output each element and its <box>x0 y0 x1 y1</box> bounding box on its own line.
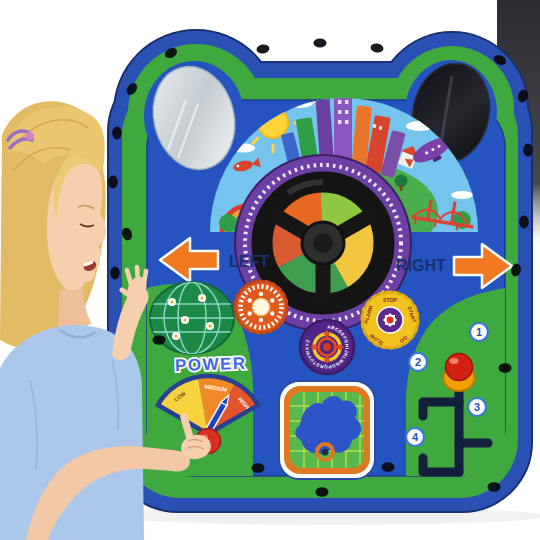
shifter-number-2: 2 <box>415 356 421 368</box>
number-dial-center <box>253 299 270 316</box>
shifter-number-3: 3 <box>474 401 480 413</box>
mode-dial[interactable]: STOP START GO SLOW ALARM <box>362 292 418 348</box>
screw <box>112 127 122 140</box>
alphabet-dial[interactable]: ABCDEFGHIJKLMNOPQRSTUVWXYZ <box>300 320 354 374</box>
screw <box>523 144 533 157</box>
number-spinner-dial[interactable] <box>235 281 287 333</box>
photo-scene: LEFT RIGHT POWER <box>0 0 540 540</box>
screw <box>488 482 501 492</box>
screw <box>382 462 395 472</box>
wheel-hub-cap <box>313 233 333 253</box>
shifter-knob[interactable] <box>444 354 475 392</box>
mode-dial-center <box>377 307 403 333</box>
left-label: LEFT <box>229 253 269 270</box>
screw <box>110 267 120 280</box>
shifter-number-1: 1 <box>476 326 482 338</box>
screw <box>252 463 265 473</box>
screw <box>314 39 327 48</box>
screw <box>316 487 329 497</box>
screw <box>370 43 384 54</box>
radar-screen <box>279 381 375 479</box>
screw <box>499 363 512 373</box>
mode-word-stop: STOP <box>383 297 398 303</box>
activity-board: LEFT RIGHT POWER <box>108 30 533 512</box>
screw <box>256 44 270 55</box>
power-label: POWER <box>175 354 247 375</box>
screw <box>153 335 166 345</box>
right-label: RIGHT <box>396 257 446 274</box>
activity-board-photo: LEFT RIGHT POWER <box>0 0 540 540</box>
screw <box>519 216 529 229</box>
screw <box>108 176 118 189</box>
shifter-number-4: 4 <box>412 431 419 443</box>
